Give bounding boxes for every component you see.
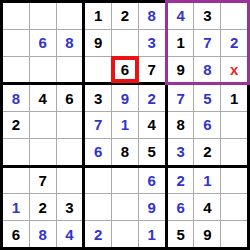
cell-r2c2[interactable]: 6 — [30, 30, 56, 56]
cell-r8c2[interactable]: 2 — [30, 194, 56, 220]
cell-r1c6[interactable]: 8 — [139, 3, 165, 29]
box-r3c1: 7123684 — [3, 168, 82, 247]
cell-r3c7[interactable]: 9 — [168, 57, 194, 83]
cell-r5c4[interactable]: 7 — [85, 112, 111, 138]
cell-r9c7[interactable]: 5 — [168, 221, 194, 247]
cell-r2c8[interactable]: 7 — [194, 30, 220, 56]
cell-r6c5[interactable]: 8 — [112, 139, 138, 165]
cell-r8c1[interactable]: 1 — [3, 194, 29, 220]
cell-r3c5[interactable]: 6 — [112, 57, 138, 83]
cell-r7c9[interactable] — [221, 168, 247, 194]
cell-r2c6[interactable]: 3 — [139, 30, 165, 56]
cell-r3c3[interactable] — [57, 57, 83, 83]
cell-r1c1[interactable] — [3, 3, 29, 29]
cell-r3c1[interactable] — [3, 57, 29, 83]
cell-r6c9[interactable] — [221, 139, 247, 165]
cell-r3c9[interactable]: x — [221, 57, 247, 83]
cell-r1c2[interactable] — [30, 3, 56, 29]
cell-r8c9[interactable] — [221, 194, 247, 220]
cell-r7c6[interactable]: 6 — [139, 168, 165, 194]
cell-r8c7[interactable]: 6 — [168, 194, 194, 220]
cell-r7c3[interactable] — [57, 168, 83, 194]
cell-r5c1[interactable]: 2 — [3, 112, 29, 138]
cell-r4c2[interactable]: 4 — [30, 85, 56, 111]
box-r1c2: 1289367 — [85, 3, 164, 82]
cell-r1c3[interactable] — [57, 3, 83, 29]
cell-r6c4[interactable]: 6 — [85, 139, 111, 165]
cell-r2c4[interactable]: 9 — [85, 30, 111, 56]
cell-r9c1[interactable]: 6 — [3, 221, 29, 247]
cell-r7c5[interactable] — [112, 168, 138, 194]
cell-r1c4[interactable]: 1 — [85, 3, 111, 29]
cell-r9c5[interactable] — [112, 221, 138, 247]
box-r1c3: 4317298x — [168, 3, 247, 82]
box-r3c3: 216459 — [168, 168, 247, 247]
cell-r5c8[interactable]: 6 — [194, 112, 220, 138]
cell-r8c6[interactable]: 9 — [139, 194, 165, 220]
box-r1c1: 68 — [3, 3, 82, 82]
cell-r4c3[interactable]: 6 — [57, 85, 83, 111]
cell-r1c9[interactable] — [221, 3, 247, 29]
cell-r9c3[interactable]: 4 — [57, 221, 83, 247]
cell-r9c6[interactable]: 1 — [139, 221, 165, 247]
cell-r4c8[interactable]: 5 — [194, 85, 220, 111]
cell-r8c8[interactable]: 4 — [194, 194, 220, 220]
cell-r9c9[interactable] — [221, 221, 247, 247]
cell-r5c6[interactable]: 4 — [139, 112, 165, 138]
cell-r8c4[interactable] — [85, 194, 111, 220]
sudoku-board: 6812893674317298x84623927146857518632712… — [0, 0, 250, 250]
cell-r3c2[interactable] — [30, 57, 56, 83]
cell-r4c5[interactable]: 9 — [112, 85, 138, 111]
cell-r2c9[interactable]: 2 — [221, 30, 247, 56]
cell-r7c8[interactable]: 1 — [194, 168, 220, 194]
cell-r6c7[interactable]: 3 — [168, 139, 194, 165]
cell-r1c5[interactable]: 2 — [112, 3, 138, 29]
box-r2c2: 392714685 — [85, 85, 164, 164]
cell-r6c1[interactable] — [3, 139, 29, 165]
cell-r5c5[interactable]: 1 — [112, 112, 138, 138]
cell-r4c1[interactable]: 8 — [3, 85, 29, 111]
box-r3c2: 6921 — [85, 168, 164, 247]
cell-r1c8[interactable]: 3 — [194, 3, 220, 29]
cell-r2c1[interactable] — [3, 30, 29, 56]
cell-r5c2[interactable] — [30, 112, 56, 138]
cell-r8c5[interactable] — [112, 194, 138, 220]
cell-r9c4[interactable]: 2 — [85, 221, 111, 247]
cell-r5c7[interactable]: 8 — [168, 112, 194, 138]
cell-r6c6[interactable]: 5 — [139, 139, 165, 165]
cell-r8c3[interactable]: 3 — [57, 194, 83, 220]
cell-r3c6[interactable]: 7 — [139, 57, 165, 83]
cell-r7c2[interactable]: 7 — [30, 168, 56, 194]
box-r2c3: 7518632 — [168, 85, 247, 164]
cell-r9c2[interactable]: 8 — [30, 221, 56, 247]
cell-r4c4[interactable]: 3 — [85, 85, 111, 111]
cell-r2c5[interactable] — [112, 30, 138, 56]
cell-r4c9[interactable]: 1 — [221, 85, 247, 111]
cell-r3c8[interactable]: 8 — [194, 57, 220, 83]
cell-r7c1[interactable] — [3, 168, 29, 194]
cell-r4c7[interactable]: 7 — [168, 85, 194, 111]
cell-r4c6[interactable]: 2 — [139, 85, 165, 111]
cell-r7c4[interactable] — [85, 168, 111, 194]
cell-r1c7[interactable]: 4 — [168, 3, 194, 29]
cell-r5c3[interactable] — [57, 112, 83, 138]
cell-r2c7[interactable]: 1 — [168, 30, 194, 56]
cell-r5c9[interactable] — [221, 112, 247, 138]
cell-r2c3[interactable]: 8 — [57, 30, 83, 56]
cell-r3c4[interactable] — [85, 57, 111, 83]
box-r2c1: 8462 — [3, 85, 82, 164]
cell-r6c3[interactable] — [57, 139, 83, 165]
cell-r7c7[interactable]: 2 — [168, 168, 194, 194]
cell-r6c2[interactable] — [30, 139, 56, 165]
cell-r6c8[interactable]: 2 — [194, 139, 220, 165]
cell-r9c8[interactable]: 9 — [194, 221, 220, 247]
